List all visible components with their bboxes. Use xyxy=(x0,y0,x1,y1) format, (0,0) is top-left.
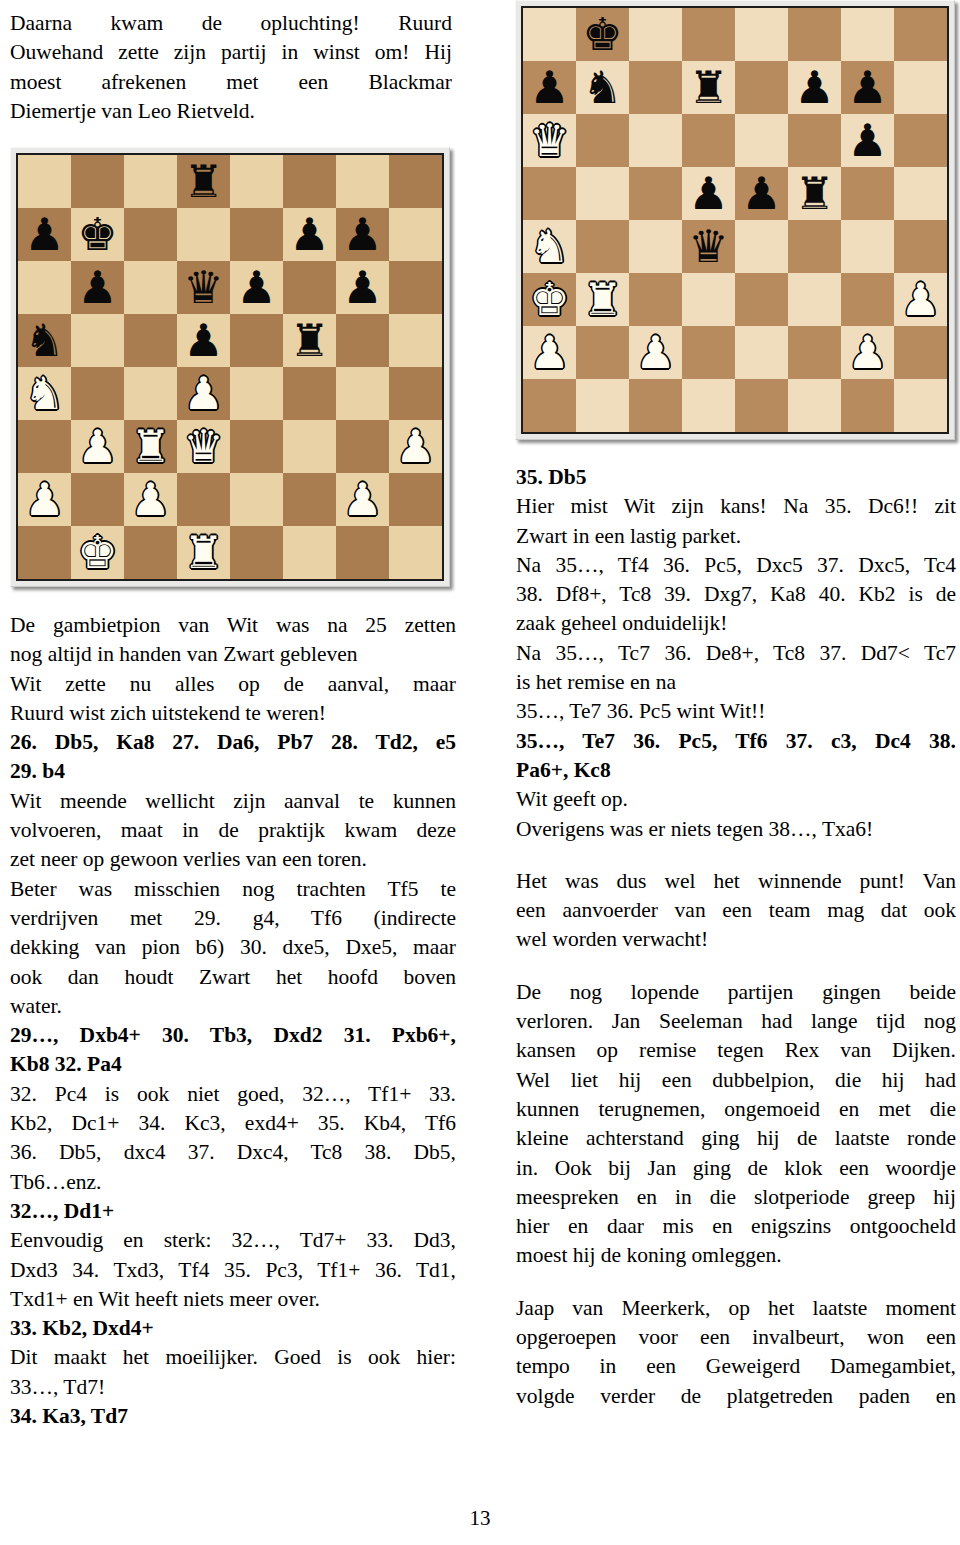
chess-square: ♟ xyxy=(177,367,230,420)
chess-square xyxy=(230,420,283,473)
move-paragraph: 34. Ka3, Td7 xyxy=(10,1402,456,1431)
chess-square xyxy=(735,8,788,61)
text-line: meespreken en in die slotperiode greep h… xyxy=(516,1183,956,1212)
chess-square: ♟ xyxy=(841,61,894,114)
chess-square xyxy=(124,261,177,314)
text-line: volvoeren, maat in de praktijk kwam deze xyxy=(10,816,456,845)
chess-square: ♜ xyxy=(124,420,177,473)
chess-square xyxy=(735,326,788,379)
text-line: Daarna kwam de opluchting! Ruurd xyxy=(10,9,452,38)
text-line: Txd1+ en Wit heeft niets meer over. xyxy=(10,1285,456,1314)
text-line: Ouwehand zette zijn partij in winst om! … xyxy=(10,38,452,67)
black-pawn-piece: ♟ xyxy=(688,171,728,216)
chess-square xyxy=(576,379,629,432)
chess-square xyxy=(283,155,336,208)
black-king-piece: ♚ xyxy=(582,12,622,57)
black-knight-piece: ♞ xyxy=(24,318,64,363)
text-line: 32…, Dd1+ xyxy=(10,1197,456,1226)
chess-square: ♛ xyxy=(682,220,735,273)
chess-square xyxy=(841,273,894,326)
chess-square: ♟ xyxy=(629,326,682,379)
text-line: moest hij de koning omleggen. xyxy=(516,1241,956,1270)
text-line: 32. Pc4 is ook niet goed, 32…, Tf1+ 33. xyxy=(10,1080,456,1109)
move-paragraph: 35…, Te7 36. Pc5, Tf6 37. c3, Dc4 38.Pa6… xyxy=(516,727,956,786)
white-rook-piece: ♜ xyxy=(582,277,622,322)
chess-square xyxy=(18,261,71,314)
chess-square xyxy=(841,167,894,220)
black-pawn-piece: ♟ xyxy=(529,65,569,110)
text-line: ook dan houdt Zwart het hoofd boven xyxy=(10,963,456,992)
white-pawn-piece: ♟ xyxy=(847,330,887,375)
text-line: is het remise en na xyxy=(516,668,956,697)
text-line: kleine achterstand ging hij de laatste r… xyxy=(516,1124,956,1153)
chess-square: ♟ xyxy=(841,114,894,167)
chess-square: ♟ xyxy=(735,167,788,220)
text-line: 35…, Te7 36. Pc5, Tf6 37. c3, Dc4 38. xyxy=(516,727,956,756)
text-line: De gambietpion van Wit was na 25 zetten xyxy=(10,611,456,640)
black-pawn-piece: ♟ xyxy=(289,212,329,257)
black-rook-piece: ♜ xyxy=(289,318,329,363)
chess-square xyxy=(389,314,442,367)
text-line: 34. Ka3, Td7 xyxy=(10,1402,456,1431)
chess-square xyxy=(389,367,442,420)
chess-square xyxy=(389,155,442,208)
chess-square: ♜ xyxy=(788,167,841,220)
text-line: 29. b4 xyxy=(10,757,456,786)
move-paragraph: 26. Db5, Ka8 27. Da6, Pb7 28. Td2, e529.… xyxy=(10,728,456,787)
move-paragraph: 29…, Dxb4+ 30. Tb3, Dxd2 31. Pxb6+,Kb8 3… xyxy=(10,1021,456,1080)
text-line: Dit maakt het moeilijker. Goed is ook hi… xyxy=(10,1343,456,1372)
black-rook-piece: ♜ xyxy=(688,65,728,110)
text-line: Kb2, Dc1+ 34. Kc3, exd4+ 35. Kb4, Tf6 xyxy=(10,1109,456,1138)
text-line: 33. Kb2, Dxd4+ xyxy=(10,1314,456,1343)
text-line: 29…, Dxb4+ 30. Tb3, Dxd2 31. Pxb6+, xyxy=(10,1021,456,1050)
white-king-piece: ♚ xyxy=(77,530,117,575)
chess-square xyxy=(788,114,841,167)
text-line: opgeroepen voor een invalbeurt, won een xyxy=(516,1323,956,1352)
chess-square: ♞ xyxy=(576,61,629,114)
chess-square xyxy=(389,473,442,526)
text-line: Kb8 32. Pa4 xyxy=(10,1050,456,1079)
text-line: Hier mist Wit zijn kans! Na 35. Dc6!! zi… xyxy=(516,492,956,521)
chess-square xyxy=(735,273,788,326)
text-paragraph: 32. Pc4 is ook niet goed, 32…, Tf1+ 33.K… xyxy=(10,1080,456,1197)
chess-square: ♟ xyxy=(230,261,283,314)
chess-square xyxy=(788,273,841,326)
chess-square xyxy=(336,526,389,579)
chess-square xyxy=(629,220,682,273)
chess-square: ♟ xyxy=(336,473,389,526)
text-paragraph: De gambietpion van Wit was na 25 zettenn… xyxy=(10,611,456,670)
chess-square: ♛ xyxy=(177,261,230,314)
text-paragraph: Dit maakt het moeilijker. Goed is ook hi… xyxy=(10,1343,456,1402)
chess-square xyxy=(283,526,336,579)
black-pawn-piece: ♟ xyxy=(342,265,382,310)
text-paragraph: Daarna kwam de opluchting! RuurdOuwehand… xyxy=(10,9,452,126)
white-pawn-piece: ♟ xyxy=(529,330,569,375)
white-pawn-piece: ♟ xyxy=(77,424,117,469)
black-pawn-piece: ♟ xyxy=(77,265,117,310)
chess-square xyxy=(735,61,788,114)
text-paragraph: Het was dus wel het winnende punt! Vanee… xyxy=(516,867,956,955)
chess-square xyxy=(682,273,735,326)
text-line: 35…, Te7 36. Pc5 wint Wit!! xyxy=(516,697,956,726)
text-line: Na 35…, Tc7 36. De8+, Tc8 37. Dd7< Tc7 xyxy=(516,639,956,668)
text-line: Na 35…, Tf4 36. Pc5, Dxc5 37. Dxc5, Tc4 xyxy=(516,551,956,580)
chess-square xyxy=(124,314,177,367)
chess-square: ♟ xyxy=(788,61,841,114)
text-line: 35. Db5 xyxy=(516,463,956,492)
text-line: Dxd3 34. Txd3, Tf4 35. Pc3, Tf1+ 36. Td1… xyxy=(10,1256,456,1285)
text-line: Pa6+, Kc8 xyxy=(516,756,956,785)
white-queen-piece: ♛ xyxy=(529,118,569,163)
page-number: 13 xyxy=(0,1506,960,1531)
chess-square: ♞ xyxy=(18,367,71,420)
chess-square: ♟ xyxy=(894,273,947,326)
black-queen-piece: ♛ xyxy=(688,224,728,269)
text-line: 38. Df8+, Tc8 39. Dxg7, Ka8 40. Kb2 is d… xyxy=(516,580,956,609)
chess-square xyxy=(788,220,841,273)
chess-square xyxy=(283,367,336,420)
chess-square: ♜ xyxy=(177,526,230,579)
chess-square xyxy=(283,261,336,314)
chess-square xyxy=(283,420,336,473)
chess-square: ♜ xyxy=(682,61,735,114)
chess-square xyxy=(71,367,124,420)
chess-square: ♟ xyxy=(71,261,124,314)
intro-paragraph: Daarna kwam de opluchting! RuurdOuwehand… xyxy=(10,9,452,126)
chess-square xyxy=(230,314,283,367)
chess-square xyxy=(336,314,389,367)
text-paragraph: Hier mist Wit zijn kans! Na 35. Dc6!! zi… xyxy=(516,492,956,551)
white-pawn-piece: ♟ xyxy=(130,477,170,522)
chess-square xyxy=(894,61,947,114)
chess-square xyxy=(71,314,124,367)
text-line: kunnen terugnemen, ongemoeid en met die xyxy=(516,1095,956,1124)
text-line: een aanvoerder van een team mag dat ook xyxy=(516,896,956,925)
chess-square xyxy=(230,208,283,261)
chess-square xyxy=(18,526,71,579)
text-paragraph: Eenvoudig en sterk: 32…, Td7+ 33. Dd3,Dx… xyxy=(10,1226,456,1314)
text-line: in. Ook bij Jan ging de klok een woordje xyxy=(516,1154,956,1183)
chess-square: ♞ xyxy=(523,220,576,273)
chess-square: ♚ xyxy=(576,8,629,61)
chess-square xyxy=(894,114,947,167)
text-line: Ruurd wist zich uitstekend te weren! xyxy=(10,699,456,728)
text-paragraph: Na 35…, Tf4 36. Pc5, Dxc5 37. Dxc5, Tc43… xyxy=(516,551,956,639)
text-line: Wit meende wellicht zijn aanval te kunne… xyxy=(10,787,456,816)
chess-square xyxy=(629,273,682,326)
right-text-column: 35. Db5Hier mist Wit zijn kans! Na 35. D… xyxy=(516,463,956,1411)
black-queen-piece: ♛ xyxy=(183,265,223,310)
text-line: Eenvoudig en sterk: 32…, Td7+ 33. Dd3, xyxy=(10,1226,456,1255)
chess-square xyxy=(230,526,283,579)
move-paragraph: 32…, Dd1+ xyxy=(10,1197,456,1226)
text-paragraph: 35…, Te7 36. Pc5 wint Wit!! xyxy=(516,697,956,726)
text-line: Zwart in een lastig parket. xyxy=(516,522,956,551)
chess-square xyxy=(124,155,177,208)
chess-square xyxy=(336,155,389,208)
black-pawn-piece: ♟ xyxy=(741,171,781,216)
chess-square xyxy=(177,208,230,261)
chess-square xyxy=(841,220,894,273)
chess-square: ♟ xyxy=(177,314,230,367)
chess-square: ♜ xyxy=(576,273,629,326)
chess-square xyxy=(71,155,124,208)
chess-square xyxy=(230,473,283,526)
text-paragraph: Wit geeft op. xyxy=(516,785,956,814)
text-paragraph: Beter was misschien nog trachten Tf5 tev… xyxy=(10,875,456,1021)
chess-board-top-right: ♚♟♞♜♟♟♛♟♟♟♜♞♛♚♜♟♟♟♟ xyxy=(515,0,955,440)
chess-square xyxy=(894,220,947,273)
chess-square xyxy=(177,473,230,526)
chess-square xyxy=(894,8,947,61)
text-line: 26. Db5, Ka8 27. Da6, Pb7 28. Td2, e5 xyxy=(10,728,456,757)
black-pawn-piece: ♟ xyxy=(342,212,382,257)
chess-square xyxy=(523,379,576,432)
text-paragraph: Na 35…, Tc7 36. De8+, Tc8 37. Dd7< Tc7is… xyxy=(516,639,956,698)
chess-square xyxy=(735,220,788,273)
chess-square xyxy=(629,61,682,114)
chess-square: ♟ xyxy=(336,261,389,314)
chess-square xyxy=(389,526,442,579)
chess-square: ♟ xyxy=(523,326,576,379)
chess-square xyxy=(788,379,841,432)
text-line: verloren. Jan Seeleman had lange tijd no… xyxy=(516,1007,956,1036)
text-line: hier en daar mis en enigszins ontgoochel… xyxy=(516,1212,956,1241)
white-pawn-piece: ♟ xyxy=(395,424,435,469)
text-line: water. xyxy=(10,992,456,1021)
text-line: Tb6…enz. xyxy=(10,1168,456,1197)
black-pawn-piece: ♟ xyxy=(24,212,64,257)
text-line: volgde verder de platgetreden paden en xyxy=(516,1382,956,1411)
black-knight-piece: ♞ xyxy=(582,65,622,110)
white-rook-piece: ♜ xyxy=(130,424,170,469)
text-line: tempo in een Geweigerd Damegambiet, xyxy=(516,1352,956,1381)
chess-square: ♚ xyxy=(71,526,124,579)
chess-square xyxy=(576,114,629,167)
chess-square xyxy=(841,8,894,61)
chess-square xyxy=(523,167,576,220)
chess-square xyxy=(230,367,283,420)
chess-square: ♟ xyxy=(283,208,336,261)
chess-square: ♟ xyxy=(124,473,177,526)
white-knight-piece: ♞ xyxy=(529,224,569,269)
text-line: Beter was misschien nog trachten Tf5 te xyxy=(10,875,456,904)
text-line: wel worden verwacht! xyxy=(516,925,956,954)
chess-square xyxy=(682,8,735,61)
text-line: 36. Db5, dxc4 37. Dxc4, Tc8 38. Db5, xyxy=(10,1138,456,1167)
text-line: Wel liet hij een dubbelpion, die hij had xyxy=(516,1066,956,1095)
chess-square xyxy=(124,208,177,261)
chess-square xyxy=(788,8,841,61)
chess-square xyxy=(629,8,682,61)
chess-square: ♜ xyxy=(177,155,230,208)
chess-square xyxy=(629,114,682,167)
chess-square xyxy=(894,326,947,379)
chess-square xyxy=(735,114,788,167)
black-rook-piece: ♜ xyxy=(183,159,223,204)
chess-square xyxy=(283,473,336,526)
text-line: Wit zette nu alles op de aanval, maar xyxy=(10,670,456,699)
chess-square xyxy=(682,326,735,379)
text-line: kansen op remise tegen Rex van Dijken. xyxy=(516,1036,956,1065)
chess-square: ♟ xyxy=(682,167,735,220)
text-line: 33…, Td7! xyxy=(10,1373,456,1402)
board-grid: ♚♟♞♜♟♟♛♟♟♟♜♞♛♚♜♟♟♟♟ xyxy=(521,6,949,434)
chess-square: ♚ xyxy=(523,273,576,326)
text-line: Het was dus wel het winnende punt! Van xyxy=(516,867,956,896)
chess-square xyxy=(576,220,629,273)
chess-square: ♟ xyxy=(336,208,389,261)
text-line: verdrijven met 29. g4, Tf6 (indirecte xyxy=(10,904,456,933)
black-rook-piece: ♜ xyxy=(794,171,834,216)
text-paragraph: Wit meende wellicht zijn aanval te kunne… xyxy=(10,787,456,875)
text-line: Wit geeft op. xyxy=(516,785,956,814)
chess-square xyxy=(788,326,841,379)
chess-square xyxy=(682,379,735,432)
text-line: moest afrekenen met een Blackmar xyxy=(10,68,452,97)
chess-square: ♜ xyxy=(283,314,336,367)
chess-square: ♟ xyxy=(18,473,71,526)
text-paragraph: De nog lopende partijen gingen beideverl… xyxy=(516,978,956,1271)
text-line: dekking van pion b6) 30. dxe5, Dxe5, maa… xyxy=(10,933,456,962)
white-pawn-piece: ♟ xyxy=(635,330,675,375)
white-rook-piece: ♜ xyxy=(183,530,223,575)
chess-square: ♛ xyxy=(523,114,576,167)
black-pawn-piece: ♟ xyxy=(847,65,887,110)
newsletter-page: Daarna kwam de opluchting! RuurdOuwehand… xyxy=(0,0,960,1545)
chess-square xyxy=(841,379,894,432)
black-pawn-piece: ♟ xyxy=(847,118,887,163)
chess-square: ♟ xyxy=(18,208,71,261)
board-grid: ♜♟♚♟♟♟♛♟♟♞♟♜♞♟♟♜♛♟♟♟♟♚♜ xyxy=(16,153,444,581)
chess-square xyxy=(682,114,735,167)
text-line: Diemertje van Leo Rietveld. xyxy=(10,97,452,126)
text-paragraph: Overigens was er niets tegen 38…, Txa6! xyxy=(516,815,956,844)
text-paragraph: Jaap van Meerkerk, op het laatste moment… xyxy=(516,1294,956,1411)
white-queen-piece: ♛ xyxy=(183,424,223,469)
chess-square xyxy=(18,420,71,473)
chess-square: ♛ xyxy=(177,420,230,473)
chess-square: ♚ xyxy=(71,208,124,261)
move-paragraph: 35. Db5 xyxy=(516,463,956,492)
chess-square xyxy=(336,367,389,420)
chess-square xyxy=(523,8,576,61)
chess-square xyxy=(629,379,682,432)
text-line: nog altijd in handen van Zwart gebleven xyxy=(10,640,456,669)
chess-square xyxy=(124,526,177,579)
text-line: Jaap van Meerkerk, op het laatste moment xyxy=(516,1294,956,1323)
text-paragraph: Wit zette nu alles op de aanval, maarRuu… xyxy=(10,670,456,729)
chess-square: ♟ xyxy=(523,61,576,114)
chess-square xyxy=(576,167,629,220)
text-line: zet neer op gewoon verlies van een toren… xyxy=(10,845,456,874)
move-paragraph: 33. Kb2, Dxd4+ xyxy=(10,1314,456,1343)
white-pawn-piece: ♟ xyxy=(900,277,940,322)
black-pawn-piece: ♟ xyxy=(183,318,223,363)
chess-square xyxy=(894,379,947,432)
chess-square: ♞ xyxy=(18,314,71,367)
chess-square xyxy=(336,420,389,473)
text-line: De nog lopende partijen gingen beide xyxy=(516,978,956,1007)
text-line: Overigens was er niets tegen 38…, Txa6! xyxy=(516,815,956,844)
text-line: zaak geheel onduidelijk! xyxy=(516,609,956,638)
chess-square xyxy=(389,208,442,261)
chess-square xyxy=(389,261,442,314)
chess-square: ♟ xyxy=(71,420,124,473)
left-text-column: De gambietpion van Wit was na 25 zettenn… xyxy=(10,611,456,1431)
chess-square xyxy=(230,155,283,208)
chess-square xyxy=(71,473,124,526)
white-knight-piece: ♞ xyxy=(24,371,64,416)
chess-square xyxy=(124,367,177,420)
black-pawn-piece: ♟ xyxy=(794,65,834,110)
chess-square xyxy=(576,326,629,379)
chess-square xyxy=(735,379,788,432)
white-pawn-piece: ♟ xyxy=(183,371,223,416)
chess-square: ♟ xyxy=(841,326,894,379)
black-pawn-piece: ♟ xyxy=(236,265,276,310)
chess-square: ♟ xyxy=(389,420,442,473)
white-king-piece: ♚ xyxy=(529,277,569,322)
chess-square xyxy=(18,155,71,208)
white-pawn-piece: ♟ xyxy=(24,477,64,522)
chess-board-left: ♜♟♚♟♟♟♛♟♟♞♟♜♞♟♟♜♛♟♟♟♟♚♜ xyxy=(10,147,450,587)
chess-square xyxy=(894,167,947,220)
black-king-piece: ♚ xyxy=(77,212,117,257)
chess-square xyxy=(629,167,682,220)
white-pawn-piece: ♟ xyxy=(342,477,382,522)
